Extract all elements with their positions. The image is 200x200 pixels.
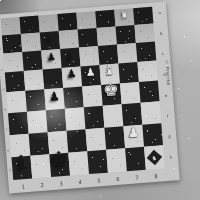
coordinate-label: 3	[51, 179, 70, 187]
square-b1[interactable]	[30, 154, 51, 178]
coordinate-label: 7	[127, 173, 146, 181]
coordinate-label: e	[4, 108, 6, 112]
black-pawn-piece[interactable]: ♟	[66, 69, 77, 81]
square-d1[interactable]	[68, 151, 89, 175]
square-e8[interactable]	[76, 11, 96, 29]
coordinate-label: b	[160, 31, 163, 36]
square-f2[interactable]	[104, 126, 125, 149]
black-bishop-piece[interactable]: ♝	[13, 153, 31, 173]
square-d6[interactable]: ♟	[60, 48, 80, 68]
square-a5[interactable]	[5, 71, 26, 92]
square-c8[interactable]	[38, 14, 58, 32]
square-d2[interactable]	[67, 129, 88, 152]
square-g3[interactable]	[122, 103, 143, 126]
square-h2[interactable]	[142, 123, 163, 146]
black-pawn-piece[interactable]: ♟	[65, 50, 74, 60]
square-e2[interactable]	[85, 128, 106, 151]
square-b5[interactable]	[24, 69, 45, 90]
square-h4[interactable]	[139, 80, 160, 102]
coordinate-label: e	[165, 93, 168, 98]
square-a4[interactable]	[6, 91, 27, 113]
square-d5[interactable]: ♟	[62, 66, 83, 87]
white-bishop-piece[interactable]: ♝	[103, 63, 116, 78]
square-f8[interactable]	[95, 10, 115, 28]
black-pawn-piece[interactable]: ♟	[47, 52, 56, 62]
square-e3[interactable]	[84, 106, 105, 129]
brand-logo-knight-icon: ♞	[147, 150, 163, 166]
square-c5[interactable]	[43, 68, 64, 89]
square-b4[interactable]	[25, 89, 46, 111]
board-grid: ♜♟♟♟♟♟♝♟♚♟♝♚♞	[1, 7, 165, 180]
white-rook-piece[interactable]: ♜	[120, 10, 129, 20]
coordinate-label: d	[2, 87, 5, 91]
white-king-piece[interactable]: ♚	[102, 81, 119, 100]
square-g2[interactable]: ♟	[123, 125, 144, 148]
coordinate-label: 1	[14, 182, 33, 190]
square-e6[interactable]	[79, 46, 99, 66]
square-d7[interactable]	[59, 30, 79, 49]
square-c7[interactable]: ♟	[40, 31, 60, 50]
square-b8[interactable]	[19, 16, 39, 34]
square-h3[interactable]	[141, 101, 162, 124]
coordinate-label: b	[0, 47, 2, 51]
square-f4[interactable]: ♚	[101, 83, 122, 105]
square-h1[interactable]: ♞	[144, 145, 165, 169]
square-h7[interactable]	[134, 24, 154, 43]
square-a1[interactable]: ♝	[11, 156, 32, 180]
square-g6[interactable]	[117, 43, 137, 63]
coordinate-label: c	[162, 51, 165, 56]
square-f7[interactable]	[97, 27, 117, 46]
coordinate-label: 6	[108, 174, 127, 182]
coordinate-label: c	[1, 67, 3, 71]
square-a7[interactable]	[2, 34, 22, 53]
square-b2[interactable]	[29, 132, 50, 155]
square-g4[interactable]	[120, 82, 141, 104]
square-a3[interactable]	[8, 112, 29, 135]
square-g7[interactable]	[116, 25, 136, 44]
black-pawn-piece[interactable]: ♟	[45, 34, 54, 43]
coordinate-label: g	[168, 134, 171, 139]
coordinate-label: f	[6, 128, 8, 132]
square-h5[interactable]	[137, 60, 158, 81]
square-g1[interactable]	[125, 147, 146, 171]
square-e7[interactable]	[78, 28, 98, 47]
chess-board: abcdefgh ♜♟♟♟♟♟♝♟♚♟♝♚♞ abcdefgh ♘ Precis…	[0, 2, 180, 194]
coordinate-label: 2	[32, 180, 51, 188]
black-pawn-piece[interactable]: ♟	[48, 90, 60, 103]
white-pawn-piece[interactable]: ♟	[85, 67, 96, 79]
photo-background: abcdefgh ♜♟♟♟♟♟♝♟♚♟♝♚♞ abcdefgh ♘ Precis…	[0, 0, 200, 200]
coordinate-label: f	[167, 113, 169, 118]
square-e5[interactable]: ♟	[81, 65, 102, 86]
square-d3[interactable]	[65, 107, 86, 130]
square-b6[interactable]	[22, 50, 42, 70]
square-c3[interactable]	[46, 109, 67, 132]
square-f1[interactable]	[106, 148, 127, 172]
square-c4[interactable]: ♟	[44, 88, 65, 110]
black-king-piece[interactable]: ♚	[49, 148, 70, 171]
coordinate-label: g	[7, 148, 10, 152]
square-h8[interactable]	[133, 7, 153, 25]
coordinate-label: a	[158, 10, 161, 15]
white-pawn-piece[interactable]: ♟	[127, 126, 140, 141]
square-d4[interactable]	[63, 86, 84, 108]
coordinate-label: 5	[89, 176, 108, 184]
square-c1[interactable]: ♚	[49, 153, 70, 177]
square-b7[interactable]	[21, 33, 41, 52]
square-f3[interactable]	[103, 104, 124, 127]
coordinate-label: h	[9, 168, 12, 172]
square-e4[interactable]	[82, 85, 103, 107]
square-g5[interactable]	[118, 62, 139, 83]
coordinate-label: 4	[70, 177, 89, 185]
square-a6[interactable]	[3, 52, 23, 72]
square-b3[interactable]	[27, 110, 48, 133]
coordinate-label: 8	[146, 171, 165, 179]
coordinate-label: h	[169, 155, 172, 160]
square-a8[interactable]	[1, 17, 21, 35]
square-e1[interactable]	[87, 150, 108, 174]
square-g8[interactable]: ♜	[114, 8, 134, 26]
square-d8[interactable]	[57, 13, 77, 31]
square-h6[interactable]	[136, 42, 156, 62]
square-c6[interactable]: ♟	[41, 49, 61, 69]
